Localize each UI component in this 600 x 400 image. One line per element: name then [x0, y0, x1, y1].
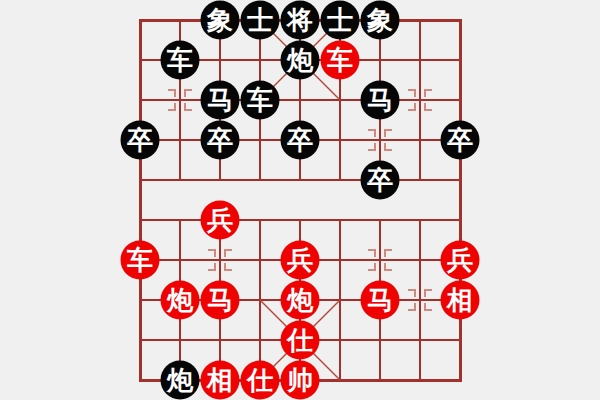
piece-red-general[interactable]: 帅: [281, 361, 320, 400]
piece-red-chariot[interactable]: 车: [321, 41, 360, 80]
xiangqi-screen: 象士将士象车炮车马车马卒卒卒卒卒兵车兵兵炮马炮马相仕炮相仕帅: [0, 0, 600, 400]
piece-red-soldier[interactable]: 兵: [441, 241, 480, 280]
piece-black-horse[interactable]: 马: [361, 81, 400, 120]
piece-black-horse[interactable]: 马: [201, 81, 240, 120]
piece-black-soldier[interactable]: 卒: [441, 121, 480, 160]
piece-black-soldier[interactable]: 卒: [281, 121, 320, 160]
piece-black-soldier[interactable]: 卒: [121, 121, 160, 160]
piece-black-elephant[interactable]: 象: [361, 1, 400, 40]
piece-red-horse[interactable]: 马: [201, 281, 240, 320]
piece-red-elephant[interactable]: 相: [201, 361, 240, 400]
piece-black-cannon[interactable]: 炮: [281, 41, 320, 80]
piece-red-advisor[interactable]: 仕: [241, 361, 280, 400]
piece-black-advisor[interactable]: 士: [321, 1, 360, 40]
piece-black-chariot[interactable]: 车: [161, 41, 200, 80]
piece-black-cannon[interactable]: 炮: [161, 361, 200, 400]
piece-black-soldier[interactable]: 卒: [361, 161, 400, 200]
piece-black-soldier[interactable]: 卒: [201, 121, 240, 160]
piece-black-elephant[interactable]: 象: [201, 1, 240, 40]
piece-black-advisor[interactable]: 士: [241, 1, 280, 40]
piece-red-soldier[interactable]: 兵: [201, 201, 240, 240]
piece-red-soldier[interactable]: 兵: [281, 241, 320, 280]
piece-red-cannon[interactable]: 炮: [161, 281, 200, 320]
piece-black-chariot[interactable]: 车: [241, 81, 280, 120]
pieces-layer: 象士将士象车炮车马车马卒卒卒卒卒兵车兵兵炮马炮马相仕炮相仕帅: [0, 0, 600, 400]
piece-red-advisor[interactable]: 仕: [281, 321, 320, 360]
piece-red-horse[interactable]: 马: [361, 281, 400, 320]
piece-red-chariot[interactable]: 车: [121, 241, 160, 280]
piece-red-cannon[interactable]: 炮: [281, 281, 320, 320]
piece-red-elephant[interactable]: 相: [441, 281, 480, 320]
piece-black-general[interactable]: 将: [281, 1, 320, 40]
